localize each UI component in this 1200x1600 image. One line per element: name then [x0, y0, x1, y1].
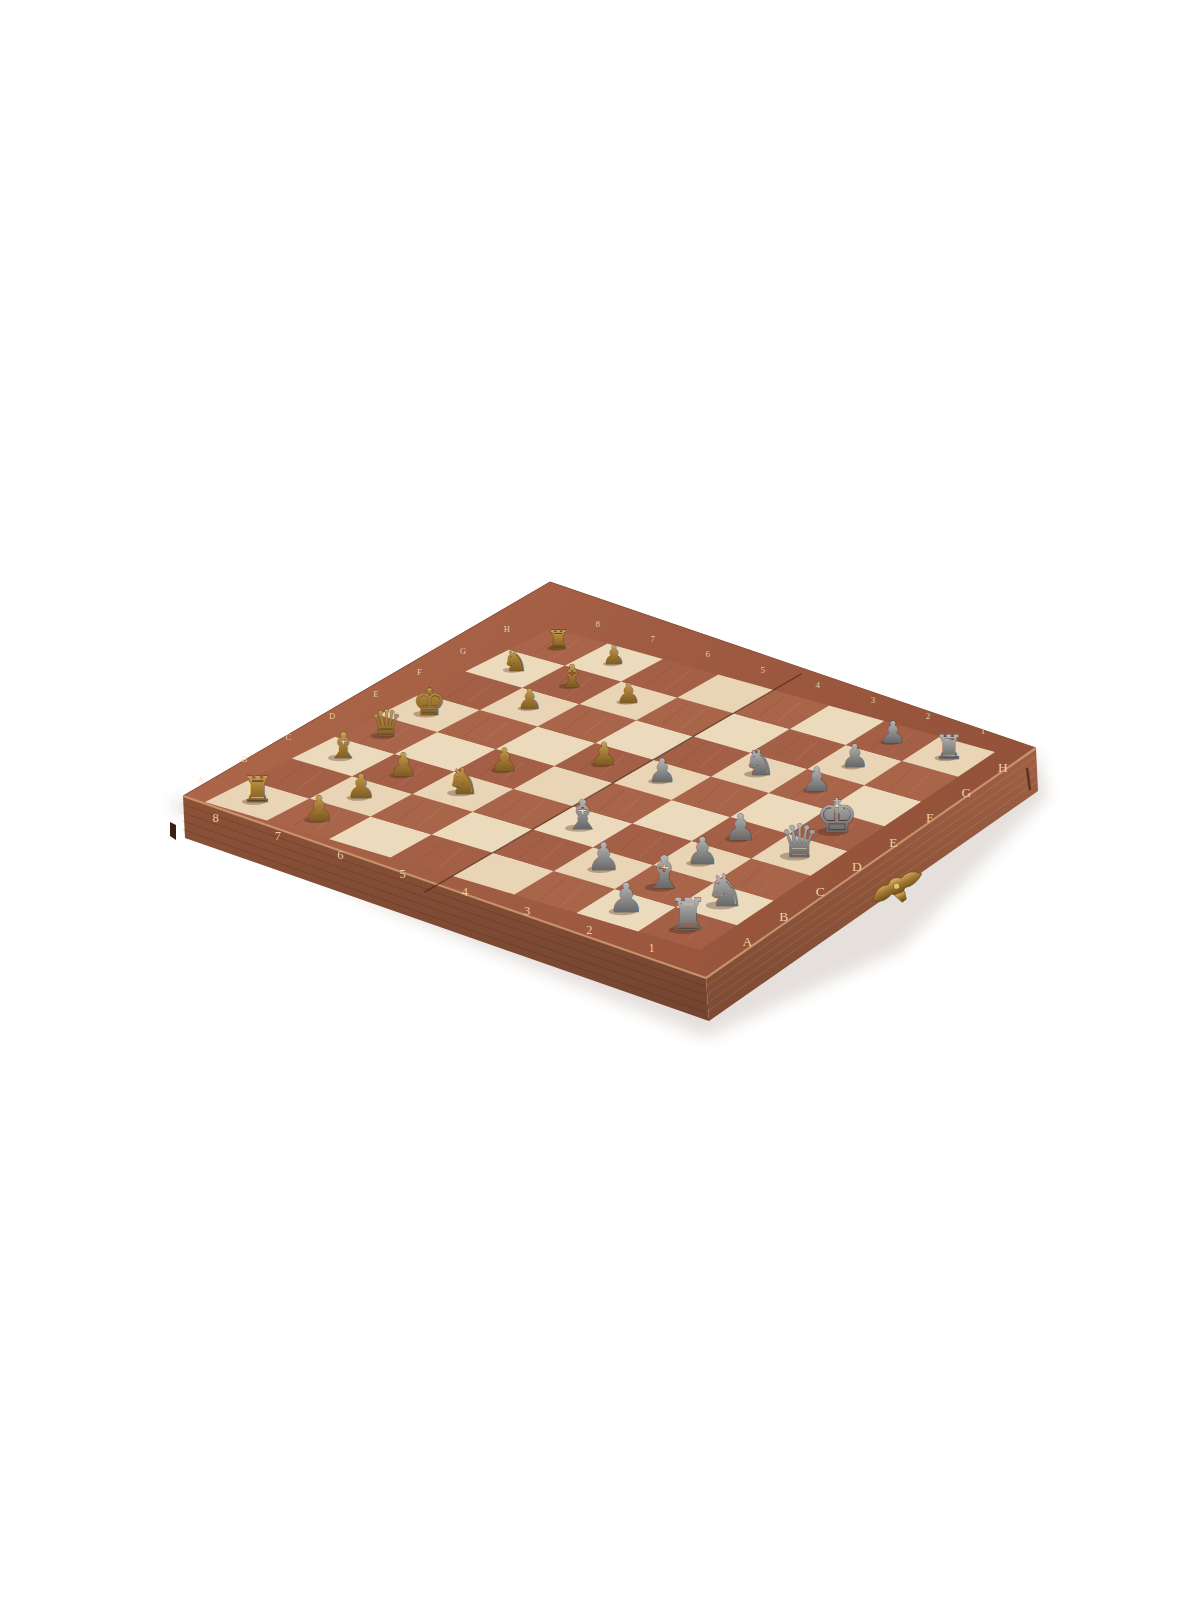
piece-gold-pawn-h7: ♟ — [603, 640, 626, 670]
piece-silver-knight-f3: ♞ — [743, 742, 775, 783]
piece-gold-pawn-c7: ♟ — [389, 746, 418, 784]
piece-silver-king-e1: ♚ — [816, 789, 858, 843]
piece-gold-bishop-g7: ♝ — [558, 658, 586, 694]
piece-silver-rook-h1: ♜ — [934, 728, 964, 767]
coord-west-7: 7 — [275, 829, 281, 843]
piece-gold-pawn-g6: ♟ — [616, 677, 641, 710]
coord-west-8: 8 — [213, 811, 219, 825]
coord-south-E: E — [889, 835, 897, 850]
coord-north-C: C — [285, 732, 291, 742]
coord-south-F: F — [926, 810, 934, 825]
piece-gold-king-e8: ♚ — [413, 680, 447, 724]
piece-gold-pawn-f7: ♟ — [517, 683, 542, 716]
coord-west-5: 5 — [399, 867, 405, 881]
coord-south-A: A — [742, 934, 752, 949]
piece-silver-knight-b1: ♞ — [705, 865, 745, 917]
chess-set-scene: AABBCCDDEEFFGGHH1122334455667788♜♟♞♝♟♟♚♛… — [0, 0, 1200, 1600]
piece-silver-bishop-c4: ♝ — [564, 791, 601, 839]
coord-east-6: 6 — [706, 649, 711, 659]
piece-gold-knight-c6: ♞ — [446, 760, 479, 803]
product-photo-stage: AABBCCDDEEFFGGHH1122334455667788♜♟♞♝♟♟♚♛… — [0, 0, 1200, 1600]
piece-gold-pawn-a7: ♟ — [303, 788, 334, 829]
coord-south-D: D — [852, 859, 862, 874]
coord-north-D: D — [329, 711, 335, 721]
piece-gold-pawn-b7: ♟ — [346, 767, 376, 806]
piece-silver-pawn-a2: ♟ — [608, 874, 644, 922]
coord-east-2: 2 — [926, 711, 931, 721]
piece-gold-rook-a8: ♜ — [241, 768, 273, 811]
coord-north-G: G — [460, 646, 466, 656]
piece-gold-pawn-d6: ♟ — [490, 741, 519, 779]
coord-east-8: 8 — [595, 619, 600, 629]
coord-north-B: B — [242, 754, 248, 764]
coord-south-C: C — [816, 884, 825, 899]
piece-silver-rook-a1: ♜ — [668, 889, 708, 940]
piece-silver-pawn-e4: ♟ — [648, 752, 677, 790]
coord-east-7: 7 — [651, 634, 656, 644]
coord-north-A: A — [198, 775, 205, 785]
coord-east-3: 3 — [871, 695, 876, 705]
piece-gold-bishop-c8: ♝ — [327, 725, 359, 767]
hinge-slit — [170, 822, 176, 840]
coord-north-E: E — [373, 689, 378, 699]
coord-east-5: 5 — [761, 665, 766, 675]
piece-silver-pawn-g2: ♟ — [841, 737, 870, 774]
piece-silver-pawn-b3: ♟ — [587, 835, 621, 879]
piece-silver-queen-d1: ♛ — [779, 814, 820, 868]
coord-west-2: 2 — [586, 923, 592, 937]
piece-silver-pawn-d2: ♟ — [724, 806, 756, 849]
piece-gold-knight-g8: ♞ — [502, 644, 528, 678]
coord-west-1: 1 — [648, 941, 654, 955]
coord-south-H: H — [998, 760, 1008, 775]
piece-gold-pawn-e5: ♟ — [590, 736, 618, 772]
coord-east-4: 4 — [816, 680, 821, 690]
coord-north-F: F — [417, 667, 422, 677]
coord-north-H: H — [504, 624, 510, 634]
piece-silver-pawn-h2: ♟ — [879, 715, 906, 750]
coord-south-B: B — [779, 909, 788, 924]
piece-gold-rook-h8: ♜ — [546, 625, 569, 655]
coord-west-4: 4 — [462, 885, 469, 899]
piece-gold-queen-d8: ♛ — [370, 702, 403, 745]
coord-west-6: 6 — [337, 848, 343, 862]
coord-east-1: 1 — [981, 726, 986, 736]
coord-south-G: G — [961, 785, 971, 800]
coord-west-3: 3 — [524, 904, 530, 918]
